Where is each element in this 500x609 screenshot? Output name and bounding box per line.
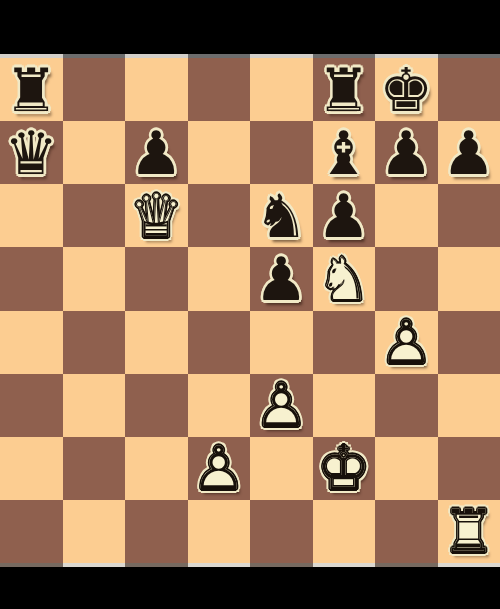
black-rook-glyph: ♜ [317,60,371,120]
square-h5[interactable] [438,247,500,310]
piece-black-pawn[interactable]: ♟ [438,121,500,184]
black-pawn-glyph: ♟ [129,123,183,183]
square-g2[interactable] [375,437,438,500]
square-g3[interactable] [375,374,438,437]
square-c2[interactable] [125,437,188,500]
square-h2[interactable] [438,437,500,500]
piece-white-knight[interactable]: ♞♘ [313,247,376,310]
square-f2[interactable]: ♚♔ [313,437,376,500]
square-d5[interactable] [188,247,251,310]
square-f7[interactable]: ♝ [313,121,376,184]
square-c3[interactable] [125,374,188,437]
piece-black-knight[interactable]: ♞ [250,184,313,247]
black-pawn-glyph: ♟ [442,123,496,183]
square-b7[interactable] [63,121,126,184]
square-h6[interactable] [438,184,500,247]
white-rook-outline: ♖ [442,501,496,561]
square-e7[interactable] [250,121,313,184]
square-c4[interactable] [125,311,188,374]
square-d2[interactable]: ♟♙ [188,437,251,500]
square-b4[interactable] [63,311,126,374]
square-e3[interactable]: ♟♙ [250,374,313,437]
square-a8[interactable]: ♜ [0,58,63,121]
square-e6[interactable]: ♞ [250,184,313,247]
piece-black-queen[interactable]: ♛ [0,121,63,184]
square-a3[interactable] [0,374,63,437]
square-c5[interactable] [125,247,188,310]
chess-board: ♜♜♚♛♟♝♟♟♛♕♞♟♟♞♘♟♙♟♙♟♙♚♔♜♖ [0,58,500,563]
piece-black-king[interactable]: ♚ [375,58,438,121]
square-d7[interactable] [188,121,251,184]
square-b1[interactable] [63,500,126,563]
square-g4[interactable]: ♟♙ [375,311,438,374]
square-g7[interactable]: ♟ [375,121,438,184]
square-e8[interactable] [250,58,313,121]
square-e2[interactable] [250,437,313,500]
square-h4[interactable] [438,311,500,374]
square-h3[interactable] [438,374,500,437]
square-e4[interactable] [250,311,313,374]
piece-white-rook[interactable]: ♜♖ [438,500,500,563]
black-pawn-glyph: ♟ [379,123,433,183]
piece-white-pawn[interactable]: ♟♙ [375,311,438,374]
square-b8[interactable] [63,58,126,121]
square-g1[interactable] [375,500,438,563]
square-e5[interactable]: ♟ [250,247,313,310]
piece-black-rook[interactable]: ♜ [0,58,63,121]
square-f6[interactable]: ♟ [313,184,376,247]
piece-black-pawn[interactable]: ♟ [313,184,376,247]
white-pawn-outline: ♙ [192,438,246,498]
white-king-outline: ♔ [317,438,371,498]
piece-black-pawn[interactable]: ♟ [125,121,188,184]
black-rook-glyph: ♜ [4,60,58,120]
square-b2[interactable] [63,437,126,500]
square-a7[interactable]: ♛ [0,121,63,184]
square-e1[interactable] [250,500,313,563]
square-f1[interactable] [313,500,376,563]
square-a6[interactable] [0,184,63,247]
square-g5[interactable] [375,247,438,310]
square-b3[interactable] [63,374,126,437]
square-h7[interactable]: ♟ [438,121,500,184]
square-a5[interactable] [0,247,63,310]
square-c7[interactable]: ♟ [125,121,188,184]
piece-black-rook[interactable]: ♜ [313,58,376,121]
square-a4[interactable] [0,311,63,374]
square-c1[interactable] [125,500,188,563]
white-knight-outline: ♘ [317,249,371,309]
black-pawn-glyph: ♟ [254,249,308,309]
square-g6[interactable] [375,184,438,247]
square-f8[interactable]: ♜ [313,58,376,121]
square-f4[interactable] [313,311,376,374]
square-d8[interactable] [188,58,251,121]
white-pawn-outline: ♙ [254,375,308,435]
app-window: ♜♜♚♛♟♝♟♟♛♕♞♟♟♞♘♟♙♟♙♟♙♚♔♜♖ [0,0,500,609]
piece-white-queen[interactable]: ♛♕ [125,184,188,247]
square-h8[interactable] [438,58,500,121]
square-b5[interactable] [63,247,126,310]
square-c8[interactable] [125,58,188,121]
square-d4[interactable] [188,311,251,374]
top-letterbox [0,0,500,54]
square-d6[interactable] [188,184,251,247]
square-f3[interactable] [313,374,376,437]
square-d1[interactable] [188,500,251,563]
square-a2[interactable] [0,437,63,500]
square-f5[interactable]: ♞♘ [313,247,376,310]
piece-black-pawn[interactable]: ♟ [250,247,313,310]
piece-black-pawn[interactable]: ♟ [375,121,438,184]
square-c6[interactable]: ♛♕ [125,184,188,247]
black-queen-glyph: ♛ [4,123,58,183]
square-h1[interactable]: ♜♖ [438,500,500,563]
piece-white-pawn[interactable]: ♟♙ [250,374,313,437]
black-king-glyph: ♚ [379,60,433,120]
piece-black-bishop[interactable]: ♝ [313,121,376,184]
piece-white-pawn[interactable]: ♟♙ [188,437,251,500]
white-pawn-outline: ♙ [379,312,433,372]
black-knight-glyph: ♞ [254,186,308,246]
square-g8[interactable]: ♚ [375,58,438,121]
white-queen-outline: ♕ [129,186,183,246]
square-a1[interactable] [0,500,63,563]
square-d3[interactable] [188,374,251,437]
black-bishop-glyph: ♝ [317,123,371,183]
square-b6[interactable] [63,184,126,247]
black-pawn-glyph: ♟ [317,186,371,246]
bottom-letterbox [0,567,500,609]
piece-white-king[interactable]: ♚♔ [313,437,376,500]
